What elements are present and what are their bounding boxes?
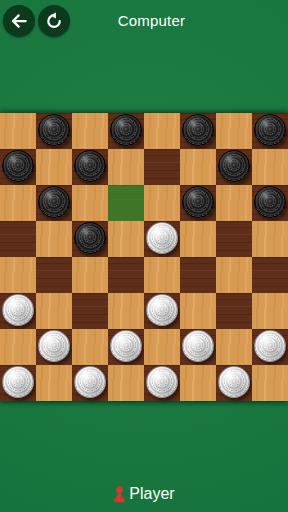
board-square[interactable] xyxy=(108,257,144,293)
black-piece[interactable] xyxy=(110,114,142,146)
board-square[interactable] xyxy=(108,113,144,149)
board-square xyxy=(36,365,72,401)
board-square[interactable] xyxy=(252,329,288,365)
board-square xyxy=(108,293,144,329)
black-piece[interactable] xyxy=(254,114,286,146)
black-piece[interactable] xyxy=(74,222,106,254)
board-square xyxy=(108,365,144,401)
board-square[interactable] xyxy=(216,221,252,257)
black-piece[interactable] xyxy=(74,150,106,182)
black-piece[interactable] xyxy=(182,186,214,218)
board-square xyxy=(216,113,252,149)
board-square[interactable] xyxy=(72,365,108,401)
board-square[interactable] xyxy=(144,293,180,329)
board-square[interactable] xyxy=(0,293,36,329)
white-piece[interactable] xyxy=(146,222,178,254)
opponent-title: Computer xyxy=(0,0,288,40)
board-square xyxy=(144,257,180,293)
board-square xyxy=(180,149,216,185)
black-piece[interactable] xyxy=(38,186,70,218)
white-piece[interactable] xyxy=(146,366,178,398)
board-square[interactable] xyxy=(36,257,72,293)
board-square[interactable] xyxy=(36,329,72,365)
board-square xyxy=(0,257,36,293)
board-square xyxy=(36,293,72,329)
white-piece[interactable] xyxy=(38,330,70,362)
board-square[interactable] xyxy=(252,257,288,293)
black-piece[interactable] xyxy=(218,150,250,182)
board-square[interactable] xyxy=(72,221,108,257)
board-square xyxy=(72,185,108,221)
board-square xyxy=(72,257,108,293)
board-square xyxy=(72,113,108,149)
board-square[interactable] xyxy=(216,365,252,401)
white-piece[interactable] xyxy=(2,366,34,398)
board-square xyxy=(144,185,180,221)
board-square[interactable] xyxy=(180,185,216,221)
board-square xyxy=(144,329,180,365)
board-square xyxy=(36,149,72,185)
board-square[interactable] xyxy=(144,149,180,185)
board-square xyxy=(252,365,288,401)
white-piece[interactable] xyxy=(74,366,106,398)
board-square[interactable] xyxy=(252,113,288,149)
board-square xyxy=(0,329,36,365)
board-square xyxy=(0,185,36,221)
board-square[interactable] xyxy=(180,329,216,365)
board-square xyxy=(108,221,144,257)
board-square xyxy=(216,257,252,293)
highlighted-square[interactable] xyxy=(108,185,144,221)
board-square xyxy=(252,221,288,257)
board-square xyxy=(252,293,288,329)
white-piece[interactable] xyxy=(110,330,142,362)
red-pawn-icon xyxy=(113,486,126,503)
player-bar: Player xyxy=(0,483,288,505)
board-square[interactable] xyxy=(252,185,288,221)
board-square xyxy=(0,113,36,149)
board-square[interactable] xyxy=(144,365,180,401)
board-square[interactable] xyxy=(36,185,72,221)
board-square[interactable] xyxy=(0,221,36,257)
board-square xyxy=(216,185,252,221)
white-piece[interactable] xyxy=(2,294,34,326)
black-piece[interactable] xyxy=(38,114,70,146)
white-piece[interactable] xyxy=(254,330,286,362)
board-square xyxy=(180,365,216,401)
board-square xyxy=(252,149,288,185)
board-square[interactable] xyxy=(180,257,216,293)
board-square xyxy=(108,149,144,185)
board-square[interactable] xyxy=(144,221,180,257)
board-square[interactable] xyxy=(72,149,108,185)
board-square[interactable] xyxy=(72,293,108,329)
black-piece[interactable] xyxy=(254,186,286,218)
board-square[interactable] xyxy=(216,293,252,329)
board-square xyxy=(216,329,252,365)
white-piece[interactable] xyxy=(182,330,214,362)
board-square[interactable] xyxy=(180,113,216,149)
board-square xyxy=(72,329,108,365)
board-square[interactable] xyxy=(108,329,144,365)
board-square[interactable] xyxy=(36,113,72,149)
toolbar: Computer xyxy=(0,0,288,42)
board-square[interactable] xyxy=(0,149,36,185)
white-piece[interactable] xyxy=(218,366,250,398)
player-label: Player xyxy=(129,485,174,503)
board-square[interactable] xyxy=(0,365,36,401)
white-piece[interactable] xyxy=(146,294,178,326)
black-piece[interactable] xyxy=(2,150,34,182)
board-square xyxy=(180,293,216,329)
board-square[interactable] xyxy=(216,149,252,185)
app-screen: Computer Player xyxy=(0,0,288,512)
black-piece[interactable] xyxy=(182,114,214,146)
board-square xyxy=(36,221,72,257)
board-square xyxy=(144,113,180,149)
board-square xyxy=(180,221,216,257)
board xyxy=(0,113,288,401)
